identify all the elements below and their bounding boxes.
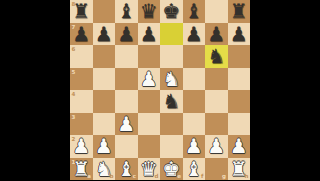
piece-black-bishop[interactable]: ♝ — [117, 0, 135, 23]
square-d5[interactable]: ♟ — [138, 68, 161, 91]
rank-label-5: 5 — [72, 69, 76, 75]
square-f4[interactable] — [183, 90, 206, 113]
piece-white-bishop[interactable]: ♝ — [185, 158, 203, 181]
square-e1[interactable]: ♚e — [160, 158, 183, 181]
piece-white-pawn[interactable]: ♟ — [117, 113, 135, 136]
piece-white-queen[interactable]: ♛ — [140, 158, 158, 181]
square-e5[interactable]: ♞ — [160, 68, 183, 91]
piece-black-pawn[interactable]: ♟ — [230, 23, 248, 46]
square-b8[interactable] — [93, 0, 116, 23]
square-h2[interactable]: ♟ — [228, 135, 251, 158]
piece-black-pawn[interactable]: ♟ — [185, 23, 203, 46]
piece-white-pawn[interactable]: ♟ — [140, 68, 158, 91]
square-b3[interactable] — [93, 113, 116, 136]
square-f2[interactable]: ♟ — [183, 135, 206, 158]
piece-black-queen[interactable]: ♛ — [140, 0, 158, 23]
rank-label-4: 4 — [72, 91, 76, 97]
square-d2[interactable] — [138, 135, 161, 158]
square-a5[interactable]: 5 — [70, 68, 93, 91]
square-a6[interactable]: 6 — [70, 45, 93, 68]
square-f6[interactable] — [183, 45, 206, 68]
square-g6[interactable]: ♞ — [205, 45, 228, 68]
piece-white-pawn[interactable]: ♟ — [185, 135, 203, 158]
square-h1[interactable]: ♜h — [228, 158, 251, 181]
square-c1[interactable]: ♝c — [115, 158, 138, 181]
piece-white-rook[interactable]: ♜ — [230, 158, 248, 181]
piece-white-knight[interactable]: ♞ — [95, 158, 113, 181]
piece-black-pawn[interactable]: ♟ — [72, 23, 90, 46]
square-a1[interactable]: ♜1a — [70, 158, 93, 181]
piece-black-pawn[interactable]: ♟ — [207, 23, 225, 46]
square-g4[interactable] — [205, 90, 228, 113]
square-b4[interactable] — [93, 90, 116, 113]
square-d1[interactable]: ♛d — [138, 158, 161, 181]
square-a7[interactable]: ♟7 — [70, 23, 93, 46]
square-h5[interactable] — [228, 68, 251, 91]
square-c5[interactable] — [115, 68, 138, 91]
square-d7[interactable]: ♟ — [138, 23, 161, 46]
piece-white-pawn[interactable]: ♟ — [95, 135, 113, 158]
square-c3[interactable]: ♟ — [115, 113, 138, 136]
piece-black-knight[interactable]: ♞ — [207, 45, 225, 68]
square-c2[interactable] — [115, 135, 138, 158]
square-f8[interactable]: ♝ — [183, 0, 206, 23]
square-d3[interactable] — [138, 113, 161, 136]
piece-white-rook[interactable]: ♜ — [72, 158, 90, 181]
square-h8[interactable]: ♜ — [228, 0, 251, 23]
square-e6[interactable] — [160, 45, 183, 68]
square-b6[interactable] — [93, 45, 116, 68]
piece-white-bishop[interactable]: ♝ — [117, 158, 135, 181]
square-c8[interactable]: ♝ — [115, 0, 138, 23]
square-b7[interactable]: ♟ — [93, 23, 116, 46]
square-e7[interactable] — [160, 23, 183, 46]
square-a2[interactable]: ♟2 — [70, 135, 93, 158]
square-h7[interactable]: ♟ — [228, 23, 251, 46]
piece-black-king[interactable]: ♚ — [162, 0, 180, 23]
piece-white-king[interactable]: ♚ — [162, 158, 180, 181]
square-e3[interactable] — [160, 113, 183, 136]
square-d8[interactable]: ♛ — [138, 0, 161, 23]
square-g7[interactable]: ♟ — [205, 23, 228, 46]
square-e2[interactable] — [160, 135, 183, 158]
square-h6[interactable] — [228, 45, 251, 68]
piece-white-pawn[interactable]: ♟ — [72, 135, 90, 158]
square-g5[interactable] — [205, 68, 228, 91]
square-f1[interactable]: ♝f — [183, 158, 206, 181]
piece-white-pawn[interactable]: ♟ — [230, 135, 248, 158]
piece-white-knight[interactable]: ♞ — [162, 68, 180, 91]
square-g3[interactable] — [205, 113, 228, 136]
piece-black-knight[interactable]: ♞ — [162, 90, 180, 113]
square-g8[interactable] — [205, 0, 228, 23]
square-b1[interactable]: ♞b — [93, 158, 116, 181]
square-h3[interactable] — [228, 113, 251, 136]
square-e4[interactable]: ♞ — [160, 90, 183, 113]
piece-black-pawn[interactable]: ♟ — [140, 23, 158, 46]
square-c6[interactable] — [115, 45, 138, 68]
piece-black-pawn[interactable]: ♟ — [117, 23, 135, 46]
square-g1[interactable]: g — [205, 158, 228, 181]
square-g2[interactable]: ♟ — [205, 135, 228, 158]
square-a4[interactable]: 4 — [70, 90, 93, 113]
square-a8[interactable]: ♜8 — [70, 0, 93, 23]
square-a3[interactable]: 3 — [70, 113, 93, 136]
file-label-g: g — [222, 173, 226, 179]
square-f3[interactable] — [183, 113, 206, 136]
rank-label-6: 6 — [72, 46, 76, 52]
rank-label-3: 3 — [72, 114, 76, 120]
square-e8[interactable]: ♚ — [160, 0, 183, 23]
square-h4[interactable] — [228, 90, 251, 113]
square-f7[interactable]: ♟ — [183, 23, 206, 46]
piece-black-pawn[interactable]: ♟ — [95, 23, 113, 46]
piece-black-bishop[interactable]: ♝ — [185, 0, 203, 23]
square-c7[interactable]: ♟ — [115, 23, 138, 46]
piece-white-pawn[interactable]: ♟ — [207, 135, 225, 158]
piece-black-rook[interactable]: ♜ — [72, 0, 90, 23]
square-d6[interactable] — [138, 45, 161, 68]
square-b5[interactable] — [93, 68, 116, 91]
square-c4[interactable] — [115, 90, 138, 113]
square-d4[interactable] — [138, 90, 161, 113]
piece-black-rook[interactable]: ♜ — [230, 0, 248, 23]
square-b2[interactable]: ♟ — [93, 135, 116, 158]
app-background: ♜8♝♛♚♝♜♟7♟♟♟♟♟♟6♞5♟♞4♞3♟♟2♟♟♟♟♜1a♞b♝c♛d♚… — [0, 0, 320, 180]
chess-board[interactable]: ♜8♝♛♚♝♜♟7♟♟♟♟♟♟6♞5♟♞4♞3♟♟2♟♟♟♟♜1a♞b♝c♛d♚… — [70, 0, 250, 180]
square-f5[interactable] — [183, 68, 206, 91]
